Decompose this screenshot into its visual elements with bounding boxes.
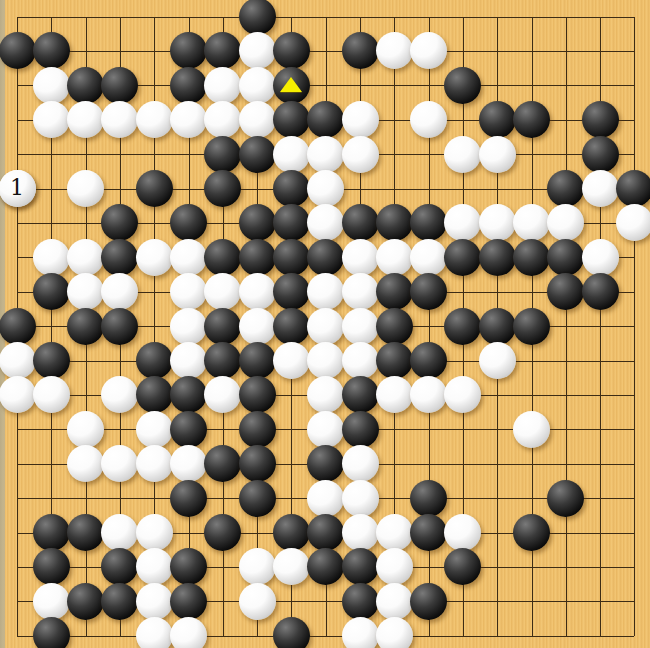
white-stone <box>444 376 481 413</box>
white-stone <box>170 273 207 310</box>
white-stone <box>136 514 173 551</box>
black-stone <box>67 67 104 104</box>
black-stone <box>33 514 70 551</box>
black-stone <box>410 514 447 551</box>
white-stone <box>307 342 344 379</box>
black-stone <box>67 514 104 551</box>
black-stone <box>204 136 241 173</box>
white-stone <box>170 342 207 379</box>
black-stone <box>307 548 344 585</box>
white-stone <box>239 101 276 138</box>
white-stone <box>376 548 413 585</box>
white-stone <box>307 376 344 413</box>
white-stone <box>273 342 310 379</box>
grid-vline <box>566 17 567 636</box>
black-stone <box>239 445 276 482</box>
black-stone <box>101 239 138 276</box>
white-stone <box>307 273 344 310</box>
black-stone <box>170 376 207 413</box>
black-stone <box>170 480 207 517</box>
black-stone <box>547 480 584 517</box>
black-stone <box>273 101 310 138</box>
white-stone <box>67 273 104 310</box>
white-stone <box>204 376 241 413</box>
white-stone <box>410 101 447 138</box>
grid-vline <box>634 17 635 636</box>
white-stone <box>67 445 104 482</box>
black-stone <box>513 308 550 345</box>
black-stone <box>307 101 344 138</box>
black-stone <box>513 101 550 138</box>
black-stone <box>101 548 138 585</box>
white-stone <box>170 308 207 345</box>
black-stone <box>582 101 619 138</box>
triangle-marker <box>280 77 302 92</box>
black-stone <box>239 0 276 35</box>
black-stone <box>170 67 207 104</box>
white-stone <box>101 376 138 413</box>
white-stone <box>67 101 104 138</box>
white-stone <box>239 583 276 620</box>
white-stone <box>479 204 516 241</box>
numbered-stone: 1 <box>0 170 36 207</box>
white-stone <box>376 583 413 620</box>
black-stone <box>547 273 584 310</box>
white-stone <box>342 273 379 310</box>
white-stone <box>101 273 138 310</box>
black-stone <box>33 273 70 310</box>
white-stone <box>307 204 344 241</box>
white-stone <box>479 136 516 173</box>
white-stone <box>136 445 173 482</box>
black-stone <box>273 239 310 276</box>
black-stone <box>582 273 619 310</box>
white-stone <box>33 67 70 104</box>
white-stone <box>342 101 379 138</box>
white-stone <box>479 342 516 379</box>
black-stone <box>376 204 413 241</box>
black-stone <box>239 411 276 448</box>
white-stone <box>136 617 173 648</box>
white-stone <box>204 101 241 138</box>
black-stone <box>273 514 310 551</box>
white-stone <box>33 376 70 413</box>
black-stone <box>273 617 310 648</box>
black-stone <box>410 480 447 517</box>
white-stone <box>101 445 138 482</box>
black-stone <box>204 170 241 207</box>
white-stone <box>307 480 344 517</box>
white-stone <box>342 445 379 482</box>
white-stone <box>410 239 447 276</box>
grid-hline <box>17 636 634 637</box>
black-stone <box>101 583 138 620</box>
black-stone <box>136 170 173 207</box>
white-stone <box>204 273 241 310</box>
black-stone <box>342 32 379 69</box>
white-stone <box>170 617 207 648</box>
white-stone <box>513 204 550 241</box>
black-stone <box>273 170 310 207</box>
go-board-screenshot: 1 <box>0 0 650 648</box>
black-stone <box>410 204 447 241</box>
black-stone <box>547 170 584 207</box>
black-stone <box>101 204 138 241</box>
black-stone <box>342 411 379 448</box>
black-stone <box>33 548 70 585</box>
move-number-label: 1 <box>10 177 24 199</box>
black-stone <box>479 239 516 276</box>
black-stone <box>239 342 276 379</box>
black-stone <box>204 342 241 379</box>
black-stone <box>0 32 36 69</box>
black-stone <box>342 376 379 413</box>
black-stone <box>170 583 207 620</box>
black-stone <box>170 411 207 448</box>
white-stone <box>444 136 481 173</box>
white-stone <box>342 514 379 551</box>
black-stone <box>204 445 241 482</box>
white-stone <box>342 308 379 345</box>
white-stone <box>342 480 379 517</box>
white-stone <box>170 239 207 276</box>
black-stone <box>239 376 276 413</box>
white-stone <box>582 239 619 276</box>
black-stone <box>342 204 379 241</box>
black-stone <box>342 583 379 620</box>
white-stone <box>67 239 104 276</box>
black-stone <box>204 514 241 551</box>
black-stone <box>170 32 207 69</box>
black-stone <box>444 548 481 585</box>
white-stone <box>136 239 173 276</box>
white-stone <box>444 514 481 551</box>
black-stone <box>513 239 550 276</box>
white-stone <box>444 204 481 241</box>
black-stone <box>33 342 70 379</box>
white-stone <box>273 548 310 585</box>
black-stone <box>136 376 173 413</box>
white-stone <box>342 617 379 648</box>
white-stone <box>204 67 241 104</box>
black-stone <box>136 342 173 379</box>
black-stone <box>410 583 447 620</box>
white-stone <box>136 411 173 448</box>
white-stone <box>101 514 138 551</box>
white-stone <box>101 101 138 138</box>
white-stone <box>33 583 70 620</box>
white-stone <box>33 239 70 276</box>
black-stone <box>204 32 241 69</box>
white-stone <box>376 32 413 69</box>
black-stone <box>239 136 276 173</box>
white-stone <box>307 170 344 207</box>
black-stone <box>0 308 36 345</box>
white-stone <box>307 136 344 173</box>
black-stone <box>273 204 310 241</box>
white-stone <box>0 342 36 379</box>
black-stone <box>273 273 310 310</box>
black-stone <box>170 548 207 585</box>
black-stone <box>239 204 276 241</box>
white-stone <box>513 411 550 448</box>
white-stone <box>376 376 413 413</box>
white-stone <box>0 376 36 413</box>
white-stone <box>136 548 173 585</box>
black-stone <box>307 239 344 276</box>
black-stone <box>33 617 70 648</box>
black-stone <box>204 239 241 276</box>
white-stone <box>547 204 584 241</box>
white-stone <box>239 273 276 310</box>
white-stone <box>342 239 379 276</box>
white-stone <box>239 548 276 585</box>
black-stone <box>410 273 447 310</box>
white-stone <box>307 308 344 345</box>
black-stone <box>547 239 584 276</box>
white-stone <box>410 32 447 69</box>
black-stone <box>67 583 104 620</box>
black-stone <box>239 239 276 276</box>
white-stone <box>136 101 173 138</box>
black-stone <box>170 204 207 241</box>
white-stone <box>67 411 104 448</box>
white-stone <box>136 583 173 620</box>
black-stone <box>101 308 138 345</box>
black-stone <box>479 101 516 138</box>
white-stone <box>239 67 276 104</box>
white-stone <box>170 101 207 138</box>
white-stone <box>376 617 413 648</box>
white-stone <box>410 376 447 413</box>
white-stone <box>170 445 207 482</box>
black-stone <box>444 67 481 104</box>
black-stone <box>101 67 138 104</box>
black-stone <box>376 273 413 310</box>
black-stone <box>204 308 241 345</box>
black-stone <box>307 445 344 482</box>
white-stone <box>616 204 650 241</box>
white-stone <box>239 308 276 345</box>
black-stone <box>410 342 447 379</box>
black-stone <box>513 514 550 551</box>
black-stone <box>444 239 481 276</box>
white-stone <box>239 32 276 69</box>
black-stone <box>67 308 104 345</box>
black-stone <box>582 136 619 173</box>
white-stone <box>376 239 413 276</box>
black-stone <box>616 170 650 207</box>
white-stone <box>33 101 70 138</box>
white-stone <box>582 170 619 207</box>
white-stone <box>273 136 310 173</box>
white-stone <box>67 170 104 207</box>
white-stone <box>342 342 379 379</box>
white-stone <box>307 411 344 448</box>
black-stone <box>376 308 413 345</box>
black-stone <box>273 32 310 69</box>
white-stone <box>342 136 379 173</box>
black-stone <box>307 514 344 551</box>
black-stone <box>479 308 516 345</box>
black-stone <box>444 308 481 345</box>
black-stone <box>376 342 413 379</box>
black-stone <box>239 480 276 517</box>
black-stone <box>342 548 379 585</box>
white-stone <box>376 514 413 551</box>
black-stone <box>273 308 310 345</box>
black-stone <box>33 32 70 69</box>
